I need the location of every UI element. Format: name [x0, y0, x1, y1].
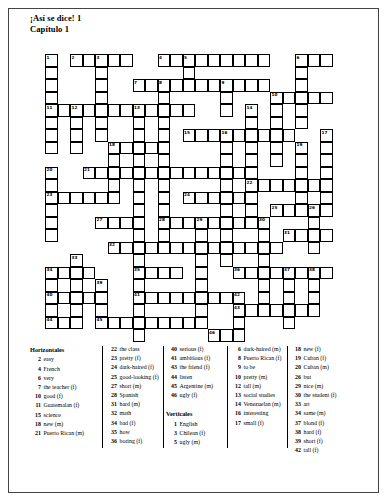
clue-number-38: 38 [309, 267, 315, 272]
grid-block [70, 329, 83, 342]
clue-number-1: 1 [47, 55, 50, 60]
grid-block [120, 67, 133, 80]
grid-block [208, 154, 221, 167]
clue-item: 8Puerto Rican (f) [230, 354, 286, 363]
clue-text: bad (f) [120, 419, 163, 428]
clue-num: 16 [230, 409, 244, 418]
grid-cell [95, 67, 108, 80]
grid-block [233, 229, 246, 242]
grid-block [70, 229, 83, 242]
grid-cell [58, 292, 71, 305]
grid-cell [108, 179, 121, 192]
grid-cell [120, 242, 133, 255]
grid-cell [145, 142, 158, 155]
clue-num: 10 [30, 392, 44, 401]
grid-cell [70, 117, 83, 130]
grid-cell [195, 192, 208, 205]
clue-num: 6 [230, 345, 244, 354]
grid-cell [233, 317, 246, 330]
clue-number-32: 32 [109, 242, 115, 247]
grid-cell [195, 79, 208, 92]
grid-cell [270, 117, 283, 130]
grid-block [320, 242, 333, 255]
grid-cell [245, 54, 258, 67]
grid-cell [183, 317, 196, 330]
clue-text: math [120, 409, 163, 418]
grid-cell: 40 [45, 292, 58, 305]
grid-block [70, 242, 83, 255]
grid-block [120, 204, 133, 217]
clue-text: pretty (f) [120, 354, 163, 363]
grid-block [320, 79, 333, 92]
grid-cell [295, 154, 308, 167]
grid-block [233, 279, 246, 292]
grid-block [270, 254, 283, 267]
grid-cell [295, 204, 308, 217]
grid-block [283, 117, 296, 130]
grid-cell [208, 292, 221, 305]
clue-item: 42tall (f) [290, 446, 352, 455]
grid-block [108, 204, 121, 217]
grid-cell [220, 142, 233, 155]
grid-cell [320, 142, 333, 155]
grid-block [183, 279, 196, 292]
grid-cell [158, 192, 171, 205]
clue-number-16: 16 [222, 130, 228, 135]
grid-cell [133, 229, 146, 242]
clue-text: Argentine (m) [180, 382, 227, 391]
clue-item: 2easy [30, 355, 102, 364]
grid-cell [208, 54, 221, 67]
worksheet-title: ¡Así se dice! 1 Capítulo 1 [30, 13, 81, 34]
clue-text: Spanish [120, 391, 163, 400]
grid-cell [258, 129, 271, 142]
grid-cell [158, 129, 171, 142]
clue-number-13: 13 [134, 105, 140, 110]
grid-cell [70, 267, 83, 280]
grid-block [108, 304, 121, 317]
grid-cell [95, 104, 108, 117]
grid-block [208, 267, 221, 280]
grid-block [133, 67, 146, 80]
grid-cell [45, 67, 58, 80]
clue-text: art [304, 400, 353, 409]
grid-cell [308, 304, 321, 317]
grid-block [220, 267, 233, 280]
grid-block [170, 67, 183, 80]
clue-column-3: 40serious (f)41ambitious (f)43the friend… [166, 345, 226, 447]
grid-block [258, 204, 271, 217]
grid-cell [258, 179, 271, 192]
grid-block [245, 329, 258, 342]
clue-item: 34same (m) [290, 409, 352, 418]
grid-block [70, 154, 83, 167]
grid-cell [133, 242, 146, 255]
grid-block [95, 154, 108, 167]
clue-number-2: 2 [72, 55, 75, 60]
grid-block [58, 117, 71, 130]
grid-block [258, 329, 271, 342]
grid-cell: 23 [45, 192, 58, 205]
grid-block [308, 129, 321, 142]
clue-num: 28 [106, 391, 120, 400]
grid-cell [270, 267, 283, 280]
clue-number-36: 36 [234, 267, 240, 272]
clue-item: 14Venezuelan (m) [230, 400, 286, 409]
grid-block [170, 129, 183, 142]
grid-cell [220, 54, 233, 67]
grid-cell [133, 329, 146, 342]
grid-block [145, 92, 158, 105]
clue-number-24: 24 [184, 192, 190, 197]
clue-num: 1 [166, 420, 180, 429]
grid-cell [233, 54, 246, 67]
grid-cell [108, 217, 121, 230]
grid-cell [258, 304, 271, 317]
clue-num: 12 [230, 382, 244, 391]
grid-cell [95, 167, 108, 180]
grid-block [283, 142, 296, 155]
grid-cell [145, 242, 158, 255]
grid-cell [158, 167, 171, 180]
grid-cell [195, 167, 208, 180]
grid-cell [283, 317, 296, 330]
grid-cell [258, 242, 271, 255]
grid-cell [45, 92, 58, 105]
grid-cell [133, 279, 146, 292]
grid-cell: 36 [233, 267, 246, 280]
grid-block [270, 167, 283, 180]
clue-text: Venezuelan (m) [244, 400, 287, 409]
grid-block [83, 92, 96, 105]
clue-number-12: 12 [72, 105, 78, 110]
grid-block [158, 279, 171, 292]
grid-cell [133, 254, 146, 267]
clue-text: ambitious (f) [180, 354, 227, 363]
grid-block [133, 54, 146, 67]
clue-number-10: 10 [272, 92, 278, 97]
grid-block [220, 117, 233, 130]
clue-num: 9 [230, 363, 244, 372]
grid-cell [183, 167, 196, 180]
grid-cell [95, 292, 108, 305]
grid-cell [183, 79, 196, 92]
grid-block [170, 229, 183, 242]
grid-cell [308, 242, 321, 255]
grid-cell [195, 54, 208, 67]
grid-block [295, 254, 308, 267]
grid-cell [220, 292, 233, 305]
grid-cell [95, 192, 108, 205]
clue-number-18: 18 [109, 142, 115, 147]
grid-block [308, 67, 321, 80]
grid-block [170, 192, 183, 205]
clue-column-divider [163, 346, 164, 448]
clue-num: 32 [106, 409, 120, 418]
clue-number-35: 35 [134, 267, 140, 272]
grid-block [233, 204, 246, 217]
grid-block [320, 67, 333, 80]
grid-cell [308, 54, 321, 67]
grid-cell [145, 267, 158, 280]
grid-cell [170, 104, 183, 117]
grid-block [208, 254, 221, 267]
grid-cell [45, 142, 58, 155]
clue-text: Puerto Rican (f) [244, 354, 287, 363]
grid-block [283, 54, 296, 67]
grid-cell [158, 104, 171, 117]
grid-cell [133, 179, 146, 192]
grid-block [170, 279, 183, 292]
grid-cell [233, 129, 246, 142]
clue-text: short (f) [304, 437, 353, 446]
clue-item: 24dark-haired (f) [106, 363, 162, 372]
grid-block [70, 204, 83, 217]
clue-number-31: 31 [284, 230, 290, 235]
clue-number-25: 25 [272, 205, 278, 210]
clue-item: 45Argentine (m) [166, 382, 226, 391]
clue-item: 16interesting [230, 409, 286, 418]
clue-text: boring (f) [120, 437, 163, 446]
grid-cell [295, 167, 308, 180]
grid-cell [158, 242, 171, 255]
clue-item: 38hard (f) [290, 428, 352, 437]
grid-block [195, 104, 208, 117]
clue-number-20: 20 [47, 167, 53, 172]
clue-item: 25good-looking (f) [106, 373, 162, 382]
grid-cell: 14 [245, 104, 258, 117]
grid-cell [133, 142, 146, 155]
clue-text: English [180, 420, 227, 429]
grid-cell [45, 279, 58, 292]
grid-block [70, 92, 83, 105]
grid-block [295, 217, 308, 230]
grid-cell [320, 267, 333, 280]
grid-cell: 32 [108, 242, 121, 255]
grid-block [170, 304, 183, 317]
grid-cell [270, 129, 283, 142]
grid-cell [283, 129, 296, 142]
grid-block [308, 142, 321, 155]
grid-block [270, 79, 283, 92]
grid-block [95, 142, 108, 155]
grid-block [58, 279, 71, 292]
grid-cell: 17 [320, 129, 333, 142]
grid-block [58, 167, 71, 180]
grid-block [283, 154, 296, 167]
clue-item: 44listen [166, 373, 226, 382]
clue-item: 3Chilean (f) [166, 429, 226, 438]
grid-cell [83, 192, 96, 205]
grid-cell: 1 [45, 54, 58, 67]
grid-block [258, 154, 271, 167]
grid-block [195, 142, 208, 155]
grid-block [295, 317, 308, 330]
grid-block [158, 304, 171, 317]
grid-cell: 10 [270, 92, 283, 105]
grid-cell [270, 304, 283, 317]
clue-item: 20Cuban (m) [290, 363, 352, 372]
clue-num: 33 [290, 400, 304, 409]
grid-cell [70, 129, 83, 142]
grid-block [245, 292, 258, 305]
grid-cell [233, 242, 246, 255]
grid-cell [133, 217, 146, 230]
clue-text: dark-haired (f) [120, 363, 163, 372]
grid-cell [195, 129, 208, 142]
grid-cell: 18 [108, 142, 121, 155]
grid-cell [183, 67, 196, 80]
clue-text: ugly (f) [180, 391, 227, 400]
grid-cell: 28 [158, 217, 171, 230]
grid-block [120, 229, 133, 242]
grid-block [208, 67, 221, 80]
grid-block [108, 254, 121, 267]
grid-block [183, 254, 196, 267]
grid-block [258, 317, 271, 330]
grid-block [95, 179, 108, 192]
grid-block [170, 179, 183, 192]
grid-block [120, 254, 133, 267]
grid-cell [45, 217, 58, 230]
grid-cell [70, 292, 83, 305]
clue-text: easy [44, 355, 103, 364]
clue-item: 9to be [230, 363, 286, 372]
clue-text: social studies [244, 391, 287, 400]
grid-cell: 33 [70, 254, 83, 267]
clue-number-5: 5 [184, 55, 187, 60]
clue-num: 15 [30, 411, 44, 420]
grid-cell: 16 [220, 129, 233, 142]
clue-number-41: 41 [134, 292, 140, 297]
grid-block [145, 117, 158, 130]
grid-block [108, 267, 121, 280]
clue-num: 39 [290, 437, 304, 446]
grid-cell [70, 317, 83, 330]
clue-number-46: 46 [209, 330, 215, 335]
grid-cell: 45 [95, 317, 108, 330]
clue-item: 17small (f) [230, 419, 286, 428]
grid-block [95, 329, 108, 342]
grid-block [108, 279, 121, 292]
clue-text: short (m) [120, 382, 163, 391]
grid-cell [158, 267, 171, 280]
clue-item: 40serious (f) [166, 345, 226, 354]
grid-cell [245, 117, 258, 130]
grid-block [58, 67, 71, 80]
grid-cell [133, 129, 146, 142]
grid-cell [83, 267, 96, 280]
grid-cell: 9 [220, 79, 233, 92]
grid-block [320, 217, 333, 230]
grid-cell [208, 167, 221, 180]
grid-cell [233, 79, 246, 92]
clue-num: 24 [106, 363, 120, 372]
grid-block [195, 117, 208, 130]
grid-cell [170, 217, 183, 230]
grid-cell [70, 142, 83, 155]
grid-block [233, 117, 246, 130]
clue-num: 36 [106, 437, 120, 446]
grid-cell [195, 229, 208, 242]
clue-item: 34bad (f) [106, 419, 162, 428]
clue-number-3: 3 [97, 55, 100, 60]
grid-cell [45, 129, 58, 142]
clue-text: Chilean (f) [180, 429, 227, 438]
grid-block [145, 279, 158, 292]
grid-block [183, 229, 196, 242]
grid-block [133, 92, 146, 105]
grid-cell [95, 117, 108, 130]
grid-cell [133, 204, 146, 217]
grid-block [158, 329, 171, 342]
grid-cell: 3 [95, 54, 108, 67]
clue-num: 43 [166, 363, 180, 372]
clue-item: 19Cuban (f) [290, 354, 352, 363]
grid-cell: 20 [45, 167, 58, 180]
grid-block [170, 92, 183, 105]
grid-block [283, 67, 296, 80]
clue-item: 33art [290, 400, 352, 409]
grid-cell [245, 154, 258, 167]
grid-cell [108, 317, 121, 330]
grid-block [83, 329, 96, 342]
grid-cell [195, 279, 208, 292]
grid-cell: 19 [295, 142, 308, 155]
clue-number-14: 14 [247, 105, 253, 110]
crossword-grid: 1234567891011121314151617181920212223242… [45, 54, 333, 342]
grid-cell [308, 229, 321, 242]
grid-block [195, 154, 208, 167]
grid-block [308, 104, 321, 117]
clue-text: tall (m) [244, 382, 287, 391]
grid-block [208, 104, 221, 117]
grid-block [58, 254, 71, 267]
grid-block [208, 304, 221, 317]
grid-cell: 31 [283, 229, 296, 242]
grid-block [145, 204, 158, 217]
grid-cell [295, 304, 308, 317]
grid-block [183, 204, 196, 217]
grid-block [195, 179, 208, 192]
clue-text: interesting [244, 409, 287, 418]
clue-text: the class [120, 345, 163, 354]
grid-block [145, 217, 158, 230]
clue-item: 27short (m) [106, 382, 162, 391]
clue-column-divider [102, 346, 103, 448]
clue-item: 36boring (f) [106, 437, 162, 446]
grid-block [120, 179, 133, 192]
grid-cell: 12 [70, 104, 83, 117]
grid-block [258, 142, 271, 155]
clue-item: 6dark-haired (m) [230, 345, 286, 354]
grid-block [83, 217, 96, 230]
grid-block [220, 279, 233, 292]
clue-text: the teacher (f) [44, 383, 103, 392]
grid-cell [245, 142, 258, 155]
grid-cell [95, 129, 108, 142]
clue-text: serious (f) [180, 345, 227, 354]
grid-block [320, 279, 333, 292]
grid-cell [58, 192, 71, 205]
grid-block [120, 129, 133, 142]
grid-cell: 29 [195, 217, 208, 230]
grid-cell [45, 229, 58, 242]
clue-number-17: 17 [322, 130, 328, 135]
grid-cell [270, 242, 283, 255]
grid-cell [170, 54, 183, 67]
grid-cell [120, 142, 133, 155]
